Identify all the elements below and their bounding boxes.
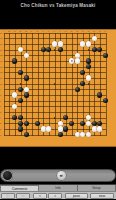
black-stone [103,53,108,58]
app-screen: Cho Chikun vs Takemiya Masaki A19B18C17D… [0,0,116,200]
white-stone [92,126,97,131]
white-stone [86,115,91,120]
white-stone [86,132,91,137]
go-board[interactable]: A19B18C17D16E15F14G13H12J11K10L9M8N7O6P5… [0,29,116,147]
black-stone [80,121,85,126]
black-stone [18,87,23,92]
coordinate-label-left: 8 [0,94,1,96]
black-stone [24,121,29,126]
coordinate-label-left: 16 [0,49,3,51]
white-stone [18,47,23,52]
white-stone [75,53,80,58]
rewind-button[interactable]: << [16,193,30,199]
coordinate-label-left: 13 [0,66,3,68]
coordinate-label-top: E [25,30,27,32]
coordinate-label-left: 7 [0,100,1,102]
coordinate-label-left: 10 [0,83,3,85]
black-stone [18,70,23,75]
black-stone [63,126,68,131]
first-move-button[interactable]: |< [1,193,15,199]
white-stone [80,132,85,137]
black-stone [46,47,51,52]
coordinate-label-top: Q [88,30,90,32]
coordinate-label-top: G [37,30,39,32]
black-stone [24,75,29,80]
white-stone [12,104,17,109]
black-stone [97,92,102,97]
move-slider-row [0,168,116,184]
white-stone [58,41,63,46]
white-stone [86,75,91,80]
white-stone [92,36,97,41]
title-bar: Cho Chikun vs Takemiya Masaki [0,0,116,14]
coordinate-label-left: 3 [0,122,1,124]
black-stone [80,81,85,86]
coordinate-label-top: F [31,30,32,32]
black-stone [12,58,17,63]
pass-button[interactable]: pass [65,193,88,199]
game-title: Cho Chikun vs Takemiya Masaki [0,3,116,8]
black-stone [86,64,91,69]
coordinate-label-left: 19 [0,32,3,34]
coordinate-label-left: 14 [0,60,3,62]
black-stone [86,58,91,63]
tab-bar: CommentsInfoSetup [0,184,116,191]
white-stone [86,121,91,126]
move-slider-thumb[interactable] [57,171,66,180]
slider-left-knob[interactable] [2,170,13,181]
black-stone [18,98,23,103]
coordinate-label-top: R [93,30,95,32]
coordinate-label-top: K [54,30,56,32]
coordinate-label-top: B [8,30,10,32]
black-stone [80,70,85,75]
coordinate-label-top: O [76,30,78,32]
white-stone [58,121,63,126]
black-stone [18,121,23,126]
grid-line-v [106,33,107,136]
last-move-marker [70,60,72,62]
black-stone [18,126,23,131]
black-stone [97,121,102,126]
white-stone [52,41,57,46]
coordinate-label-top: T [105,30,106,32]
white-stone [69,58,74,63]
coordinate-label-left: 17 [0,43,3,45]
coordinate-label-left: 2 [0,128,1,130]
grid-line-h [4,112,107,113]
white-stone [24,53,29,58]
coordinate-label-left: 12 [0,71,3,73]
white-stone [86,41,91,46]
white-stone [58,126,63,131]
black-stone [103,98,108,103]
coordinate-label-left: 11 [0,77,2,79]
white-stone [80,41,85,46]
black-stone [75,87,80,92]
white-stone [24,87,29,92]
coordinate-label-left: 4 [0,117,1,119]
coordinate-label-left: 18 [0,37,3,39]
coordinate-label-left: 9 [0,88,1,90]
coordinate-label-left: 5 [0,111,1,113]
black-stone [18,115,23,120]
thumb-dot-icon [60,174,63,177]
coordinate-label-top: M [65,30,67,32]
grid-line-v [66,33,67,136]
forward-button[interactable]: > [48,193,62,199]
coordinate-label-top: L [59,30,60,32]
white-stone [12,92,17,97]
white-stone [97,126,102,131]
coordinate-label-left: 6 [0,105,1,107]
grid-line-v [77,33,78,136]
coordinate-label-top: J [48,30,49,32]
coordinate-label-top: C [14,30,16,32]
black-stone [24,132,29,137]
grid-line-h [4,95,107,96]
white-stone [41,126,46,131]
black-stone [92,47,97,52]
black-stone [97,47,102,52]
black-stone [35,121,40,126]
button-bar: |<<<<>passnew [0,191,116,199]
white-stone [75,132,80,137]
coordinate-label-top: H [42,30,44,32]
black-stone [41,47,46,52]
grid-line-h [4,106,107,107]
black-stone [58,132,63,137]
coordinate-label-top: N [71,30,73,32]
black-stone [63,115,68,120]
black-stone [58,47,63,52]
black-stone [92,121,97,126]
coordinate-label-top: S [99,30,101,32]
new-game-button[interactable]: new [90,193,114,199]
coordinate-label-left: 15 [0,54,3,56]
coordinate-label-top: P [82,30,84,32]
coordinate-label-top: D [20,30,22,32]
back-button[interactable]: < [33,193,47,199]
white-stone [46,126,51,131]
black-stone [69,121,74,126]
coordinate-label-left: 1 [0,134,1,136]
black-stone [12,115,17,120]
black-stone [24,92,29,97]
white-stone [75,58,80,63]
